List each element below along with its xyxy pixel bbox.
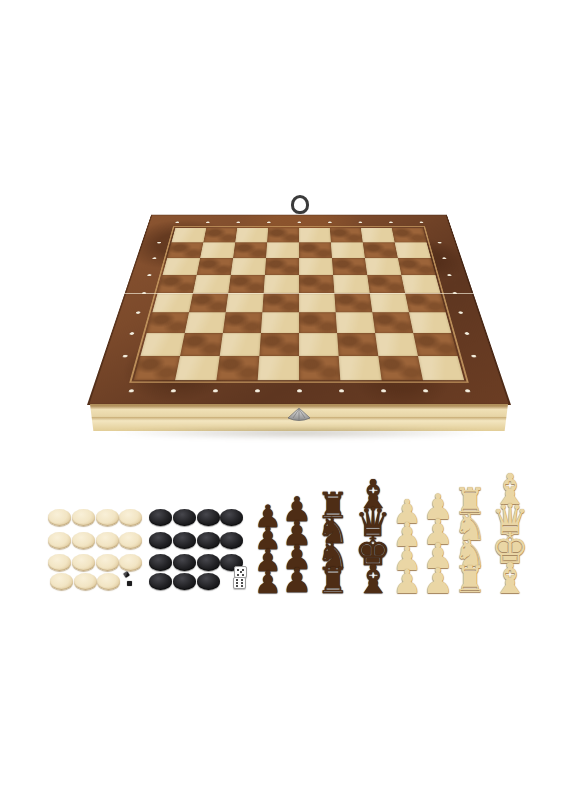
light-checker (119, 509, 142, 526)
product-photo: ♟♟♟♟♟♟♟♟♜♞♞♜♝♛♚♝♟♟♟♟♟♟♟♟♜♞♞♜♝♛♚♝ (0, 0, 587, 800)
square-b3 (185, 312, 226, 333)
dark-pieces-row-2: ♟♟♟♟ (282, 498, 312, 593)
brass-pin (129, 332, 134, 335)
light-checker (74, 573, 97, 590)
light-checker (119, 554, 142, 571)
square-g1 (378, 356, 423, 380)
square-d6 (265, 258, 299, 275)
square-a6 (163, 258, 201, 275)
chess-piece-dark-pawn: ♟ (254, 571, 282, 593)
dark-pieces-row-1: ♟♟♟♟ (254, 505, 282, 593)
die-pip (236, 579, 238, 581)
square-d7 (266, 242, 299, 258)
light-checker (119, 532, 142, 549)
brass-pin (267, 221, 271, 223)
light-checker (72, 554, 95, 571)
dark-checker (149, 509, 172, 526)
square-b5 (193, 275, 231, 293)
light-pieces-row-3: ♜♞♞♜ (453, 489, 486, 593)
square-f3 (336, 312, 376, 333)
brass-pin (419, 221, 423, 223)
light-checker (48, 532, 71, 549)
square-e3 (299, 312, 337, 333)
chessboard-grid (134, 228, 464, 381)
brass-pin (212, 389, 217, 392)
light-checker (96, 554, 119, 571)
dark-checker (173, 573, 196, 590)
brass-pin (152, 257, 156, 259)
brass-pin (458, 311, 463, 313)
square-c7 (233, 242, 267, 258)
square-d3 (261, 312, 299, 333)
brass-pin (175, 221, 179, 223)
fold-seam (124, 293, 473, 294)
square-e8 (299, 228, 331, 243)
light-pieces-row-2: ♟♟♟♟ (422, 495, 453, 593)
square-f8 (330, 228, 363, 243)
square-h6 (398, 258, 436, 275)
dark-checker (197, 554, 220, 571)
brass-pin (135, 311, 140, 313)
chess-piece-dark-pawn: ♟ (282, 569, 312, 593)
brass-pin (380, 389, 385, 392)
dark-checker (173, 509, 196, 526)
brass-pin (170, 389, 176, 392)
square-b2 (180, 333, 223, 356)
brass-pin (328, 221, 332, 223)
brass-pin (338, 389, 343, 392)
game-board (87, 215, 511, 405)
dark-checker (149, 573, 172, 590)
square-d1 (258, 356, 299, 380)
square-b7 (200, 242, 235, 258)
brass-pin (442, 257, 446, 259)
die-pip (237, 569, 239, 571)
brass-pin (464, 389, 470, 392)
dark-checker (149, 554, 172, 571)
box-side-panel (90, 404, 508, 431)
square-d4 (262, 293, 299, 312)
square-b4 (189, 293, 228, 312)
die-pip (240, 571, 242, 573)
dark-checker (173, 532, 196, 549)
brass-pin (422, 389, 428, 392)
chess-piece-dark-rook: ♜ (317, 568, 349, 593)
brass-pin (157, 242, 161, 244)
small-black-die (123, 571, 130, 578)
die-pip (242, 574, 244, 576)
die-pip (237, 574, 239, 576)
light-checker (72, 532, 95, 549)
brass-pin (297, 221, 301, 223)
light-pieces-row-4: ♝♛♚♝ (491, 475, 529, 593)
square-h7 (395, 242, 431, 258)
square-f1 (339, 356, 382, 380)
square-f2 (337, 333, 378, 356)
square-f7 (331, 242, 365, 258)
brass-pin (389, 221, 393, 223)
square-a7 (167, 242, 203, 258)
square-a3 (147, 312, 189, 333)
square-e5 (299, 275, 334, 293)
light-checker (96, 532, 119, 549)
light-checker (72, 509, 95, 526)
square-b1 (175, 356, 220, 380)
square-g6 (365, 258, 401, 275)
square-c4 (226, 293, 264, 312)
brass-pin (464, 332, 469, 335)
dark-checker (197, 509, 220, 526)
square-c6 (231, 258, 266, 275)
die-pip (241, 579, 243, 581)
dark-checker (173, 554, 196, 571)
square-h3 (409, 312, 451, 333)
square-h8 (392, 228, 427, 243)
square-a4 (152, 293, 193, 312)
square-b8 (203, 228, 237, 243)
dark-checker (197, 573, 220, 590)
dark-checker (149, 532, 172, 549)
brass-pin (147, 274, 152, 276)
brass-pin (471, 354, 476, 357)
brass-pin (297, 389, 302, 392)
white-die (233, 577, 246, 589)
die-pip (242, 569, 244, 571)
die-pip (236, 585, 238, 587)
square-d2 (259, 333, 299, 356)
dark-checker (220, 509, 243, 526)
light-checker (96, 509, 119, 526)
square-e4 (299, 293, 336, 312)
dark-checker (197, 532, 220, 549)
light-checker (97, 573, 120, 590)
square-c5 (228, 275, 265, 293)
metal-clasp-icon (286, 407, 312, 423)
square-h5 (401, 275, 440, 293)
square-h2 (413, 333, 457, 356)
square-b6 (197, 258, 233, 275)
dark-pieces-row-4: ♝♛♚♝ (355, 480, 391, 593)
square-c8 (235, 228, 268, 243)
square-a1 (134, 356, 180, 380)
hanging-ring-icon (291, 195, 309, 214)
light-pieces-row-1: ♟♟♟♟ (392, 500, 422, 593)
square-g5 (367, 275, 405, 293)
brass-pin (358, 221, 362, 223)
brass-pin (437, 242, 441, 244)
small-black-die (127, 581, 132, 586)
square-g4 (370, 293, 409, 312)
die-pip (241, 582, 243, 584)
brass-pin (236, 221, 240, 223)
square-a5 (158, 275, 197, 293)
brass-pin (447, 274, 452, 276)
square-c2 (220, 333, 261, 356)
square-c1 (216, 356, 259, 380)
square-f6 (332, 258, 367, 275)
square-g3 (372, 312, 413, 333)
square-h4 (405, 293, 446, 312)
square-e2 (299, 333, 339, 356)
box-drop-shadow (110, 428, 490, 440)
square-e6 (299, 258, 333, 275)
square-g7 (363, 242, 398, 258)
light-checker (50, 573, 73, 590)
die-pip (236, 582, 238, 584)
square-g8 (361, 228, 395, 243)
chess-piece-light-bishop: ♝ (491, 564, 529, 594)
chess-piece-light-pawn: ♟ (422, 569, 453, 594)
light-checker (48, 509, 71, 526)
dark-checker (220, 532, 243, 549)
brass-pin (254, 389, 259, 392)
square-f5 (333, 275, 370, 293)
square-d8 (267, 228, 299, 243)
square-f4 (334, 293, 372, 312)
square-g2 (375, 333, 418, 356)
die-pip (241, 585, 243, 587)
chess-piece-light-rook: ♜ (453, 567, 486, 593)
square-a8 (171, 228, 206, 243)
board-border (87, 215, 511, 405)
chess-piece-dark-bishop: ♝ (355, 565, 391, 593)
square-d5 (264, 275, 299, 293)
light-checker (48, 554, 71, 571)
chess-piece-light-pawn: ♟ (392, 570, 422, 593)
brass-pin (122, 354, 127, 357)
brass-pin (128, 389, 134, 392)
dark-pieces-row-3: ♜♞♞♜ (317, 493, 349, 593)
square-h1 (418, 356, 464, 380)
square-c3 (223, 312, 263, 333)
square-e7 (299, 242, 332, 258)
square-e1 (299, 356, 340, 380)
brass-pin (206, 221, 210, 223)
square-a2 (140, 333, 184, 356)
